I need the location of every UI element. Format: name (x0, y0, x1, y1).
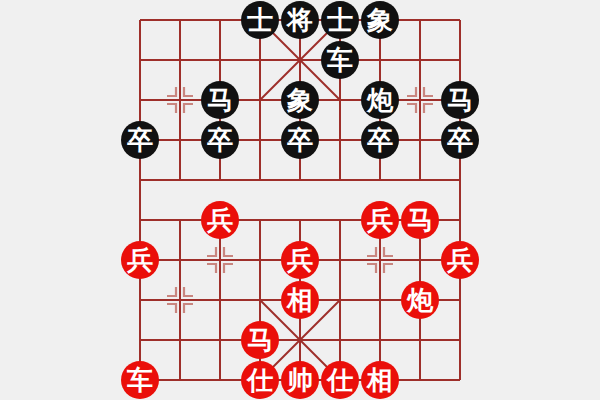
board-point[interactable] (200, 0, 240, 40)
board-point[interactable] (240, 120, 280, 160)
piece-red-horse[interactable]: 马 (241, 321, 279, 359)
board-point[interactable] (240, 80, 280, 120)
piece-black-elephant[interactable]: 象 (361, 1, 399, 39)
board-point[interactable] (360, 320, 400, 360)
board-point[interactable] (440, 0, 480, 40)
board-point[interactable] (360, 280, 400, 320)
board-point[interactable] (120, 80, 160, 120)
board-point[interactable] (320, 240, 360, 280)
board-point[interactable] (440, 40, 480, 80)
board-point[interactable] (440, 160, 480, 200)
board-point[interactable] (200, 240, 240, 280)
board-point[interactable] (120, 160, 160, 200)
board-point[interactable] (120, 200, 160, 240)
board-point[interactable] (120, 40, 160, 80)
piece-red-soldier[interactable]: 兵 (441, 241, 479, 279)
piece-black-cannon[interactable]: 炮 (361, 81, 399, 119)
board-point[interactable] (240, 240, 280, 280)
board-point[interactable] (320, 160, 360, 200)
xiangqi-board-screenshot: 士将士象车马象炮马卒卒卒卒卒兵兵马兵兵兵相炮马车仕帅仕相 (0, 0, 600, 400)
board-point[interactable] (320, 80, 360, 120)
board-point[interactable] (160, 280, 200, 320)
piece-red-chariot[interactable]: 车 (121, 361, 159, 399)
board-point[interactable] (400, 160, 440, 200)
board-point[interactable] (160, 0, 200, 40)
board-point[interactable] (360, 160, 400, 200)
board-point[interactable] (440, 200, 480, 240)
board-point[interactable] (240, 40, 280, 80)
piece-red-horse[interactable]: 马 (401, 201, 439, 239)
board-point[interactable] (320, 200, 360, 240)
board-point[interactable] (160, 80, 200, 120)
board-point[interactable] (400, 320, 440, 360)
piece-black-general[interactable]: 将 (281, 1, 319, 39)
board-point[interactable] (400, 0, 440, 40)
piece-red-soldier[interactable]: 兵 (121, 241, 159, 279)
board-point[interactable] (240, 160, 280, 200)
board-point[interactable] (120, 320, 160, 360)
board-point[interactable] (200, 40, 240, 80)
board-point[interactable] (200, 280, 240, 320)
board-point[interactable] (400, 240, 440, 280)
piece-black-advisor[interactable]: 士 (241, 1, 279, 39)
board-point[interactable] (400, 360, 440, 400)
board-point[interactable] (160, 360, 200, 400)
piece-black-soldier[interactable]: 卒 (361, 121, 399, 159)
piece-red-advisor[interactable]: 仕 (241, 361, 279, 399)
board-point[interactable] (320, 320, 360, 360)
board-point[interactable] (240, 200, 280, 240)
board-point[interactable] (280, 200, 320, 240)
piece-black-horse[interactable]: 马 (441, 81, 479, 119)
board-point[interactable] (120, 0, 160, 40)
board-point[interactable] (240, 280, 280, 320)
board-point[interactable] (400, 40, 440, 80)
piece-red-elephant[interactable]: 相 (361, 361, 399, 399)
piece-red-soldier[interactable]: 兵 (201, 201, 239, 239)
piece-black-elephant[interactable]: 象 (281, 81, 319, 119)
board-point[interactable] (200, 360, 240, 400)
board-point[interactable] (440, 280, 480, 320)
board-point[interactable] (200, 320, 240, 360)
board-point[interactable] (160, 120, 200, 160)
piece-black-soldier[interactable]: 卒 (121, 121, 159, 159)
piece-red-cannon[interactable]: 炮 (401, 281, 439, 319)
board-point[interactable] (360, 240, 400, 280)
board-point[interactable] (160, 200, 200, 240)
board-point[interactable] (160, 40, 200, 80)
board-point[interactable] (400, 80, 440, 120)
board-point[interactable] (440, 320, 480, 360)
piece-black-soldier[interactable]: 卒 (201, 121, 239, 159)
xiangqi-board[interactable]: 士将士象车马象炮马卒卒卒卒卒兵兵马兵兵兵相炮马车仕帅仕相 (120, 0, 480, 400)
board-point[interactable] (120, 280, 160, 320)
board-point[interactable] (160, 240, 200, 280)
board-point[interactable] (160, 160, 200, 200)
board-point[interactable] (280, 40, 320, 80)
board-point[interactable] (280, 160, 320, 200)
piece-red-advisor[interactable]: 仕 (321, 361, 359, 399)
piece-red-soldier[interactable]: 兵 (361, 201, 399, 239)
board-point[interactable] (440, 360, 480, 400)
board-point[interactable] (400, 120, 440, 160)
piece-red-general[interactable]: 帅 (281, 361, 319, 399)
piece-black-chariot[interactable]: 车 (321, 41, 359, 79)
piece-red-elephant[interactable]: 相 (281, 281, 319, 319)
piece-black-soldier[interactable]: 卒 (281, 121, 319, 159)
board-point[interactable] (200, 160, 240, 200)
board-point[interactable] (280, 320, 320, 360)
board-point[interactable] (360, 40, 400, 80)
piece-black-advisor[interactable]: 士 (321, 1, 359, 39)
piece-red-soldier[interactable]: 兵 (281, 241, 319, 279)
board-point[interactable] (160, 320, 200, 360)
board-point[interactable] (320, 280, 360, 320)
board-point[interactable] (320, 120, 360, 160)
piece-black-horse[interactable]: 马 (201, 81, 239, 119)
piece-black-soldier[interactable]: 卒 (441, 121, 479, 159)
